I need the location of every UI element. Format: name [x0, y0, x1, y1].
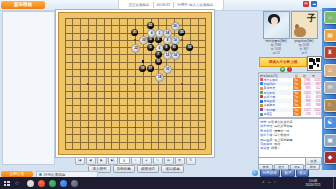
grid-line-h — [65, 105, 206, 106]
user-avatar — [260, 108, 263, 111]
user-rank-badge: 6段 — [293, 103, 301, 107]
grid-line-h — [65, 149, 206, 150]
tool-button[interactable]: % — [186, 157, 196, 165]
white-stone-16: 16 — [163, 65, 172, 74]
nav-button[interactable]: ▶ — [97, 157, 107, 165]
user-rank-badge: 5段 — [293, 112, 301, 116]
sidebar-button-举报[interactable]: 举报 — [305, 164, 320, 170]
star-point — [181, 83, 183, 85]
grid-line-v — [198, 18, 199, 149]
spectator-list[interactable]: 绝代女国手 9段 1986 1035 pingshan 9段 2043 987 … — [258, 78, 322, 118]
system-tray[interactable]: ∧ ▭ ♪ — [262, 180, 277, 184]
black-stone-17: 17 — [147, 65, 154, 72]
black-stone-9: 9 — [163, 44, 170, 51]
grid-line-h — [65, 142, 206, 143]
avatar-face — [271, 17, 278, 25]
friends-icon[interactable]: ☺ — [324, 64, 336, 77]
room-status-dot — [39, 173, 42, 176]
taskbar-app-icon[interactable] — [27, 180, 34, 187]
mail-icon[interactable]: ✉ — [324, 81, 336, 94]
grid-line-h — [65, 120, 206, 121]
start-button[interactable] — [4, 181, 10, 187]
sidebar-button-设置[interactable]: 设置 — [290, 164, 305, 170]
taskbar-app-icon[interactable] — [49, 180, 56, 187]
black-stone-13: 13 — [155, 58, 162, 65]
star-point — [134, 39, 136, 41]
go-board[interactable]: 1234567891011121314151617181920212223242… — [58, 12, 212, 155]
white-stone-18: 18 — [155, 73, 164, 82]
replay-toolbar: |◀◀▶▶|○●✎▤▥% — [57, 157, 213, 164]
white-stone-22: 22 — [131, 44, 140, 53]
chat-icon[interactable]: ☁ — [311, 1, 317, 7]
action-button-形势判断[interactable]: 形势判断 — [113, 165, 135, 174]
grid-line-h — [65, 113, 206, 114]
qr-code — [307, 56, 322, 71]
stat-line: 和 9 — [289, 51, 319, 55]
star-point — [134, 83, 136, 85]
grid-line-v — [190, 18, 191, 149]
black-stone-23: 23 — [147, 22, 154, 29]
game-clock: 00:06:32 — [157, 3, 171, 7]
tool-button[interactable]: ○ — [131, 157, 141, 165]
divider — [153, 2, 154, 8]
chat-log[interactable]: 系统: 欢迎进入比赛棋盘弈海无涯: 白棋形势不错青衣剑客: 黑要补一手快乐小猪:… — [258, 118, 324, 159]
divider — [173, 2, 174, 8]
board-marker — [142, 60, 145, 63]
tool-button[interactable]: ● — [142, 157, 152, 165]
grid-line-v — [205, 18, 206, 149]
white-stone-26: 26 — [171, 22, 180, 31]
taskbar-app-icon[interactable] — [60, 180, 67, 187]
black-stone-19: 19 — [139, 65, 146, 72]
pet-icon[interactable]: ♘ — [324, 99, 336, 112]
tool-button[interactable]: ▥ — [175, 157, 185, 165]
white-player-avatar[interactable]: 子 — [291, 11, 318, 39]
promo-banner[interactable]: 游戏大厅全新上线 — [259, 57, 307, 67]
white-stone-24: 24 — [163, 29, 172, 38]
room-icon[interactable]: ♜ — [324, 46, 336, 59]
settings-icon[interactable]: ▣ — [324, 134, 336, 147]
black-stone-15: 15 — [186, 44, 193, 51]
user-name: 老顽童 — [264, 112, 292, 116]
black-stone-11: 11 — [171, 44, 178, 51]
grid-line-h — [65, 134, 206, 135]
grid-line-h — [65, 98, 206, 99]
sidebar-button-道具[interactable]: 道具 — [274, 164, 289, 170]
black-player-avatar[interactable] — [263, 11, 290, 39]
white-player-stats: 胜 2043负 987和 9 — [289, 43, 319, 55]
black-stone-21: 21 — [131, 29, 138, 36]
black-player-name: 绝代女国手(9段) — [261, 39, 291, 43]
avatar-character: 子 — [307, 12, 316, 25]
taskbar-app-icon[interactable] — [38, 180, 45, 187]
black-stone-5: 5 — [147, 44, 154, 51]
star-point — [87, 39, 89, 41]
treasure-icon[interactable]: ◆ — [324, 151, 336, 164]
nav-button[interactable]: ▶| — [108, 157, 118, 165]
stat-line: 和 13 — [261, 51, 291, 55]
white-stone-20: 20 — [139, 36, 148, 45]
board-frame: 1234567891011121314151617181920212223242… — [55, 9, 215, 158]
white-player-name: pingshan(9段) — [289, 39, 319, 43]
nav-button[interactable]: ◀ — [86, 157, 96, 165]
sidebar-buttons: 表情道具设置举报 — [258, 164, 320, 170]
avatar-animal — [294, 27, 306, 37]
user-avatar — [260, 100, 263, 103]
move-number-input[interactable] — [119, 157, 130, 164]
status-room-label: 正在比赛棋盘 — [129, 3, 150, 7]
black-player-stats: 胜 1986负 1035和 13 — [261, 43, 291, 55]
status-mode-label: 对局中·输入人比赛棋盘 — [177, 3, 213, 7]
user-wins: 218 — [302, 112, 311, 116]
world-icon[interactable]: ☯ — [324, 116, 336, 129]
grid-line-h — [65, 91, 206, 92]
spectator-row[interactable]: 老顽童 5段 218 174 — [259, 112, 321, 116]
app-window: 新浪围棋 正在比赛棋盘 00:06:32 对局中·输入人比赛棋盘 1234567… — [0, 0, 336, 189]
mail-icon[interactable]: ✉ — [303, 1, 309, 7]
user-avatar — [260, 82, 263, 85]
user-avatar — [260, 78, 263, 81]
star-point — [181, 39, 183, 41]
user-rank-badge: 9段 — [293, 91, 301, 95]
app-logo-button[interactable]: 新浪围棋 — [1, 1, 45, 9]
tool-button[interactable]: ✎ — [153, 157, 163, 165]
gift-icon[interactable]: ❀ — [280, 67, 285, 72]
left-panel — [2, 11, 55, 165]
user-losses: 174 — [312, 112, 321, 116]
taskbar-app-icon[interactable] — [71, 180, 78, 187]
user-avatar — [260, 87, 263, 90]
user-avatar — [260, 113, 263, 116]
black-stone-25: 25 — [178, 29, 185, 36]
tool-button[interactable]: ▤ — [164, 157, 174, 165]
taskbar-clock[interactable]: 10:08 2020/7/21 — [298, 179, 328, 187]
right-icon-strip: ⌂▤♜☺✉♘☯▣◆ — [322, 8, 336, 170]
user-rank-badge: 8段 — [293, 86, 301, 90]
chat-line: 老顽童: 精彩！ — [260, 146, 322, 150]
stone-ball-icon — [252, 170, 258, 176]
clock-date: 2020/7/21 — [298, 183, 328, 187]
user-avatar — [260, 95, 263, 98]
black-stone-7: 7 — [155, 51, 162, 58]
user-avatar — [260, 104, 263, 107]
sidebar: 子 绝代女国手(9段) pingshan(9段) 胜 1986负 1035和 1… — [256, 10, 322, 168]
search-icon[interactable]: ○ — [15, 179, 19, 187]
action-button-棋谱保存[interactable]: 棋谱保存 — [137, 165, 159, 174]
alert-icon[interactable]: ! — [287, 67, 292, 72]
action-button-退出棋盘[interactable]: 退出棋盘 — [161, 165, 183, 174]
white-stone-14: 14 — [171, 51, 180, 60]
sidebar-button-表情[interactable]: 表情 — [258, 164, 273, 170]
shop-icon[interactable]: ▤ — [324, 29, 336, 42]
nav-button[interactable]: |◀ — [75, 157, 85, 165]
home-icon[interactable]: ⌂ — [324, 11, 336, 24]
star-point — [87, 83, 89, 85]
user-avatar — [260, 91, 263, 94]
